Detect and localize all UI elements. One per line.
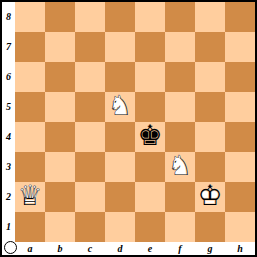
square-g5[interactable] [195, 92, 225, 122]
square-f3[interactable]: ♞♘ [165, 152, 195, 182]
white-queen-outline: ♕ [15, 181, 45, 211]
square-b7[interactable] [45, 32, 75, 62]
square-e2[interactable] [135, 182, 165, 212]
square-e4[interactable]: ♚ [135, 122, 165, 152]
piece-white-king[interactable]: ♚♔ [195, 182, 225, 212]
file-label-g: g [195, 242, 225, 255]
square-h6[interactable] [225, 62, 255, 92]
square-a4[interactable] [15, 122, 45, 152]
square-c8[interactable] [75, 2, 105, 32]
square-e1[interactable] [135, 212, 165, 242]
square-g8[interactable] [195, 2, 225, 32]
file-label-c: c [75, 242, 105, 255]
rank-label-1: 1 [2, 212, 15, 242]
square-g7[interactable] [195, 32, 225, 62]
square-d2[interactable] [105, 182, 135, 212]
rank-label-3: 3 [2, 152, 15, 182]
square-h5[interactable] [225, 92, 255, 122]
file-labels: abcdefgh [15, 242, 255, 255]
black-king-fill: ♚ [135, 121, 165, 151]
square-h2[interactable] [225, 182, 255, 212]
square-b6[interactable] [45, 62, 75, 92]
square-h7[interactable] [225, 32, 255, 62]
square-c5[interactable] [75, 92, 105, 122]
rank-label-4: 4 [2, 122, 15, 152]
square-a8[interactable] [15, 2, 45, 32]
square-g3[interactable] [195, 152, 225, 182]
square-e3[interactable] [135, 152, 165, 182]
square-b2[interactable] [45, 182, 75, 212]
square-c2[interactable] [75, 182, 105, 212]
chess-diagram: ♞♘♚♞♘♛♕♚♔ 87654321 abcdefgh [0, 0, 257, 257]
square-f1[interactable] [165, 212, 195, 242]
square-e7[interactable] [135, 32, 165, 62]
square-d6[interactable] [105, 62, 135, 92]
rank-label-8: 8 [2, 2, 15, 32]
file-label-b: b [45, 242, 75, 255]
square-a5[interactable] [15, 92, 45, 122]
square-c3[interactable] [75, 152, 105, 182]
square-h4[interactable] [225, 122, 255, 152]
square-e6[interactable] [135, 62, 165, 92]
piece-white-knight[interactable]: ♞♘ [165, 152, 195, 182]
square-d3[interactable] [105, 152, 135, 182]
square-a3[interactable] [15, 152, 45, 182]
square-b3[interactable] [45, 152, 75, 182]
file-label-f: f [165, 242, 195, 255]
square-b1[interactable] [45, 212, 75, 242]
square-h8[interactable] [225, 2, 255, 32]
rank-labels: 87654321 [2, 2, 15, 242]
square-a1[interactable] [15, 212, 45, 242]
square-c6[interactable] [75, 62, 105, 92]
square-c7[interactable] [75, 32, 105, 62]
square-h3[interactable] [225, 152, 255, 182]
rank-label-7: 7 [2, 32, 15, 62]
file-label-e: e [135, 242, 165, 255]
square-c4[interactable] [75, 122, 105, 152]
piece-white-knight[interactable]: ♞♘ [105, 92, 135, 122]
square-f2[interactable] [165, 182, 195, 212]
square-g4[interactable] [195, 122, 225, 152]
square-b8[interactable] [45, 2, 75, 32]
square-d8[interactable] [105, 2, 135, 32]
piece-black-king[interactable]: ♚ [135, 122, 165, 152]
square-g1[interactable] [195, 212, 225, 242]
rank-label-5: 5 [2, 92, 15, 122]
file-label-h: h [225, 242, 255, 255]
square-g6[interactable] [195, 62, 225, 92]
rank-label-2: 2 [2, 182, 15, 212]
piece-white-queen[interactable]: ♛♕ [15, 182, 45, 212]
square-f6[interactable] [165, 62, 195, 92]
square-d4[interactable] [105, 122, 135, 152]
square-f8[interactable] [165, 2, 195, 32]
white-knight-outline: ♘ [105, 91, 135, 121]
file-label-a: a [15, 242, 45, 255]
square-a6[interactable] [15, 62, 45, 92]
square-d1[interactable] [105, 212, 135, 242]
file-label-d: d [105, 242, 135, 255]
square-h1[interactable] [225, 212, 255, 242]
square-d5[interactable]: ♞♘ [105, 92, 135, 122]
square-f5[interactable] [165, 92, 195, 122]
square-f7[interactable] [165, 32, 195, 62]
square-f4[interactable] [165, 122, 195, 152]
square-d7[interactable] [105, 32, 135, 62]
square-a7[interactable] [15, 32, 45, 62]
square-e5[interactable] [135, 92, 165, 122]
white-to-move-indicator [4, 241, 17, 254]
square-g2[interactable]: ♚♔ [195, 182, 225, 212]
square-a2[interactable]: ♛♕ [15, 182, 45, 212]
square-c1[interactable] [75, 212, 105, 242]
square-b4[interactable] [45, 122, 75, 152]
white-king-outline: ♔ [195, 181, 225, 211]
rank-label-6: 6 [2, 62, 15, 92]
square-e8[interactable] [135, 2, 165, 32]
white-knight-outline: ♘ [165, 151, 195, 181]
square-b5[interactable] [45, 92, 75, 122]
chess-board: ♞♘♚♞♘♛♕♚♔ [15, 2, 255, 242]
